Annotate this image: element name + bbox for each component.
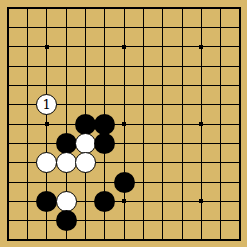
black-stone bbox=[56, 210, 77, 231]
grid-line-horizontal bbox=[8, 220, 240, 221]
star-point bbox=[199, 122, 203, 126]
white-stone bbox=[56, 191, 77, 212]
grid-line-vertical bbox=[182, 8, 183, 240]
black-stone bbox=[75, 114, 96, 135]
star-point bbox=[122, 45, 126, 49]
black-stone bbox=[94, 133, 115, 154]
white-stone bbox=[75, 152, 96, 173]
go-diagram: 1 bbox=[0, 0, 247, 247]
black-stone bbox=[36, 191, 57, 212]
white-stone bbox=[56, 152, 77, 173]
star-point bbox=[122, 199, 126, 203]
black-stone bbox=[94, 114, 115, 135]
star-point bbox=[45, 122, 49, 126]
black-stone bbox=[94, 191, 115, 212]
grid-line-vertical bbox=[220, 8, 221, 240]
move-number-label: 1 bbox=[43, 98, 51, 111]
star-point bbox=[122, 122, 126, 126]
grid-line-vertical bbox=[162, 8, 163, 240]
white-stone bbox=[75, 133, 96, 154]
black-stone bbox=[114, 172, 135, 193]
grid-line-horizontal bbox=[8, 143, 240, 144]
black-stone bbox=[56, 133, 77, 154]
grid-line-vertical bbox=[143, 8, 144, 240]
star-point bbox=[45, 45, 49, 49]
star-point bbox=[199, 45, 203, 49]
star-point bbox=[199, 199, 203, 203]
